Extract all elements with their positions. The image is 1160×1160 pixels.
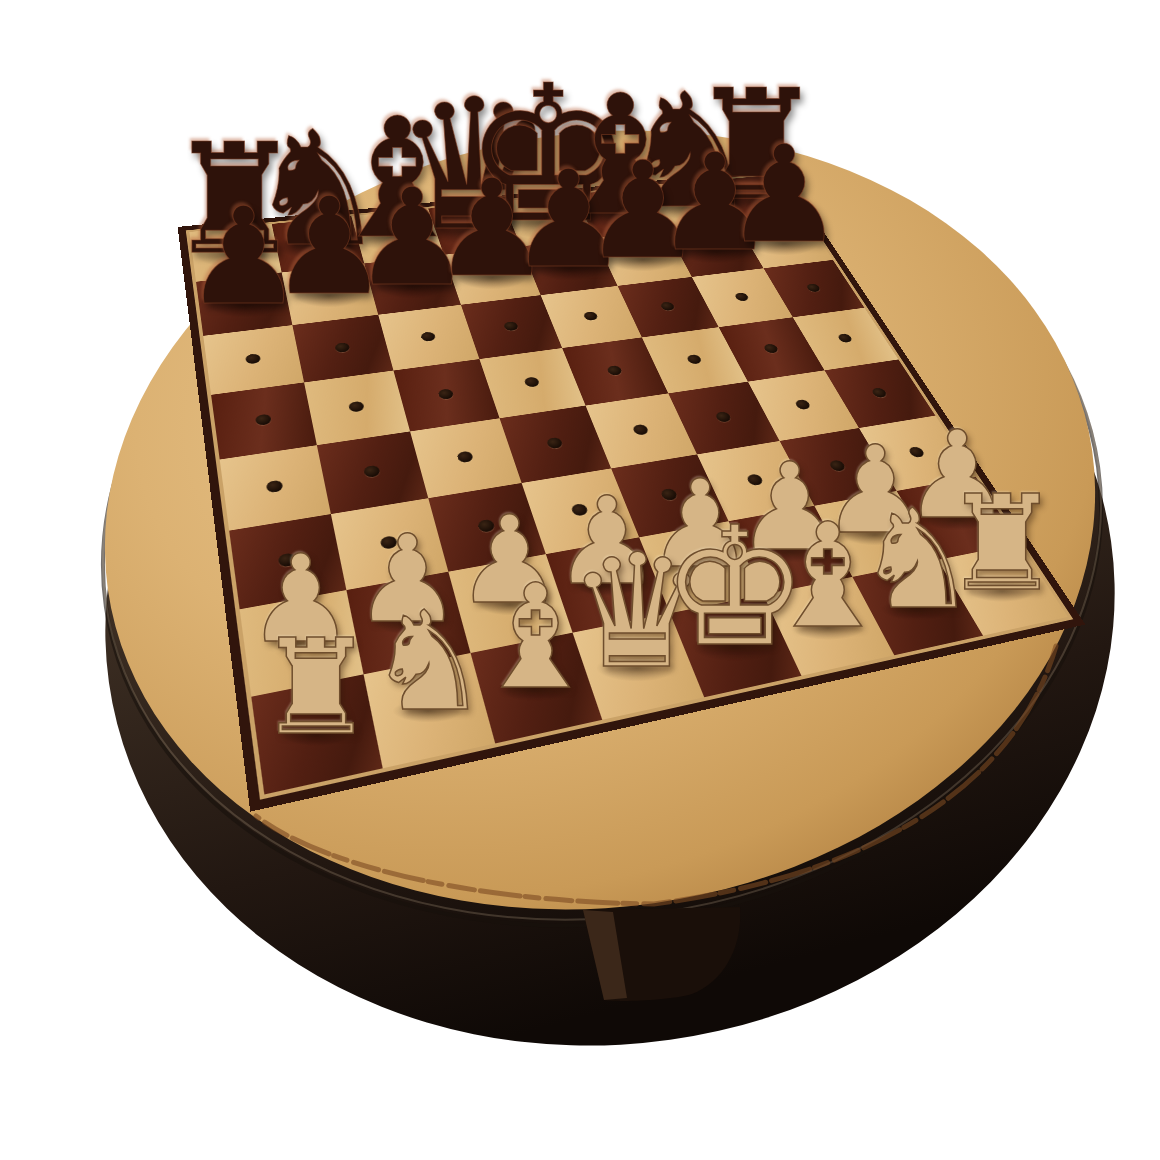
peg-hole <box>606 365 623 376</box>
peg-hole <box>734 292 750 301</box>
peg-hole <box>660 488 679 501</box>
peg-hole <box>523 376 540 387</box>
peg-hole <box>686 354 703 365</box>
product-photo: ♜♞♝♛♚♝♞♜♟♟♟♟♟♟♟♟♟♟♟♟♟♟♟♟♜♞♝♛♚♝♞♜ <box>0 0 1160 1160</box>
square-a1 <box>251 674 382 794</box>
peg-hole <box>477 519 496 533</box>
peg-hole <box>763 343 780 353</box>
peg-hole <box>245 353 261 364</box>
peg-hole <box>420 331 436 342</box>
peg-hole <box>363 465 381 478</box>
peg-hole <box>278 552 297 567</box>
peg-hole <box>632 424 650 436</box>
peg-hole <box>266 480 284 494</box>
peg-hole <box>379 535 398 550</box>
peg-hole <box>456 451 474 464</box>
peg-hole <box>746 473 765 486</box>
peg-hole <box>503 321 519 331</box>
peg-hole <box>907 446 926 458</box>
peg-hole <box>583 311 599 321</box>
peg-hole <box>870 387 888 398</box>
peg-hole <box>659 301 675 311</box>
peg-hole <box>437 388 454 400</box>
peg-hole <box>837 333 854 343</box>
peg-hole <box>255 414 272 426</box>
peg-hole <box>334 342 350 353</box>
peg-hole <box>348 401 365 413</box>
peg-hole <box>570 503 589 517</box>
peg-hole <box>546 437 564 449</box>
peg-hole <box>805 283 821 292</box>
peg-hole <box>714 411 732 423</box>
peg-hole <box>828 459 847 471</box>
peg-hole <box>794 399 812 410</box>
